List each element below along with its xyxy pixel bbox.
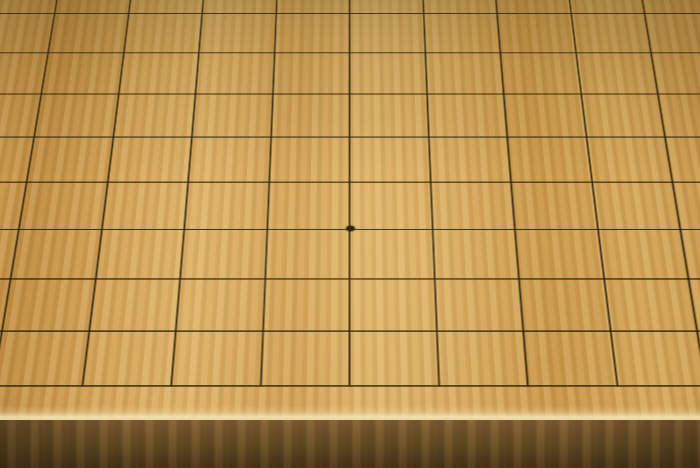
board-front-side (0, 420, 700, 468)
star-point-hoshi (346, 226, 354, 231)
go-board-surface[interactable] (0, 0, 700, 418)
goban-photo (0, 0, 700, 468)
board-edge-highlight (0, 406, 700, 420)
